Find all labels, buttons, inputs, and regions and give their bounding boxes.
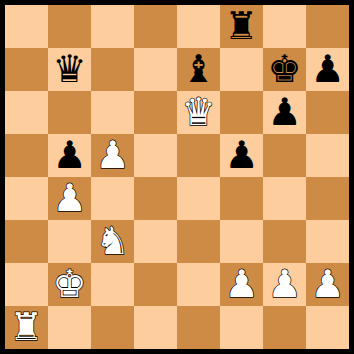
square-e7[interactable]: ♝ (177, 48, 220, 91)
square-d3[interactable] (134, 220, 177, 263)
white-pawn[interactable]: ♟ (91, 134, 134, 177)
square-b2[interactable]: ♚ (48, 263, 91, 306)
square-a4[interactable] (5, 177, 48, 220)
black-rook[interactable]: ♜ (220, 5, 263, 48)
square-h5[interactable] (306, 134, 349, 177)
square-c8[interactable] (91, 5, 134, 48)
square-g1[interactable] (263, 306, 306, 349)
square-d6[interactable] (134, 91, 177, 134)
square-c6[interactable] (91, 91, 134, 134)
square-g3[interactable] (263, 220, 306, 263)
square-d5[interactable] (134, 134, 177, 177)
square-e5[interactable] (177, 134, 220, 177)
square-f3[interactable] (220, 220, 263, 263)
square-b3[interactable] (48, 220, 91, 263)
square-f4[interactable] (220, 177, 263, 220)
square-d8[interactable] (134, 5, 177, 48)
square-g8[interactable] (263, 5, 306, 48)
square-g4[interactable] (263, 177, 306, 220)
square-a7[interactable] (5, 48, 48, 91)
white-queen[interactable]: ♛ (177, 91, 220, 134)
square-a5[interactable] (5, 134, 48, 177)
black-pawn[interactable]: ♟ (263, 91, 306, 134)
square-b1[interactable] (48, 306, 91, 349)
square-a8[interactable] (5, 5, 48, 48)
square-g6[interactable]: ♟ (263, 91, 306, 134)
white-rook[interactable]: ♜ (5, 306, 48, 349)
white-pawn[interactable]: ♟ (263, 263, 306, 306)
square-d1[interactable] (134, 306, 177, 349)
square-b7[interactable]: ♛ (48, 48, 91, 91)
square-h7[interactable]: ♟ (306, 48, 349, 91)
square-g2[interactable]: ♟ (263, 263, 306, 306)
square-e2[interactable] (177, 263, 220, 306)
square-d4[interactable] (134, 177, 177, 220)
square-g5[interactable] (263, 134, 306, 177)
square-e4[interactable] (177, 177, 220, 220)
square-e1[interactable] (177, 306, 220, 349)
square-h3[interactable] (306, 220, 349, 263)
square-a6[interactable] (5, 91, 48, 134)
chess-app: ♜♛♝♚♟♛♟♟♟♟♟♞♚♟♟♟♜ (0, 0, 354, 354)
square-b4[interactable]: ♟ (48, 177, 91, 220)
black-pawn[interactable]: ♟ (220, 134, 263, 177)
square-c4[interactable] (91, 177, 134, 220)
square-h1[interactable] (306, 306, 349, 349)
black-pawn[interactable]: ♟ (306, 48, 349, 91)
square-a3[interactable] (5, 220, 48, 263)
black-bishop[interactable]: ♝ (177, 48, 220, 91)
white-pawn[interactable]: ♟ (306, 263, 349, 306)
square-g7[interactable]: ♚ (263, 48, 306, 91)
white-knight[interactable]: ♞ (91, 220, 134, 263)
square-d7[interactable] (134, 48, 177, 91)
white-pawn[interactable]: ♟ (220, 263, 263, 306)
square-e8[interactable] (177, 5, 220, 48)
square-f2[interactable]: ♟ (220, 263, 263, 306)
white-pawn[interactable]: ♟ (48, 177, 91, 220)
square-b6[interactable] (48, 91, 91, 134)
square-c5[interactable]: ♟ (91, 134, 134, 177)
square-h8[interactable] (306, 5, 349, 48)
white-king[interactable]: ♚ (48, 263, 91, 306)
square-e3[interactable] (177, 220, 220, 263)
black-queen[interactable]: ♛ (48, 48, 91, 91)
square-a2[interactable] (5, 263, 48, 306)
square-d2[interactable] (134, 263, 177, 306)
square-f7[interactable] (220, 48, 263, 91)
square-e6[interactable]: ♛ (177, 91, 220, 134)
square-c1[interactable] (91, 306, 134, 349)
square-b8[interactable] (48, 5, 91, 48)
chess-board: ♜♛♝♚♟♛♟♟♟♟♟♞♚♟♟♟♜ (0, 0, 354, 354)
square-f6[interactable] (220, 91, 263, 134)
black-king[interactable]: ♚ (263, 48, 306, 91)
square-f8[interactable]: ♜ (220, 5, 263, 48)
square-c3[interactable]: ♞ (91, 220, 134, 263)
square-c7[interactable] (91, 48, 134, 91)
square-c2[interactable] (91, 263, 134, 306)
square-h2[interactable]: ♟ (306, 263, 349, 306)
square-f5[interactable]: ♟ (220, 134, 263, 177)
square-f1[interactable] (220, 306, 263, 349)
square-h4[interactable] (306, 177, 349, 220)
square-b5[interactable]: ♟ (48, 134, 91, 177)
black-pawn[interactable]: ♟ (48, 134, 91, 177)
square-a1[interactable]: ♜ (5, 306, 48, 349)
square-h6[interactable] (306, 91, 349, 134)
